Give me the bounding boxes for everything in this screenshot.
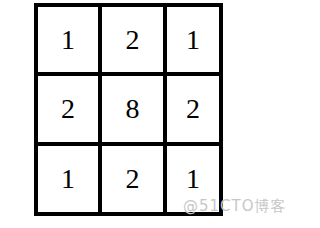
watermark: @51CTO博客 xyxy=(183,198,287,214)
cell-r2c2: 8 xyxy=(102,76,163,142)
cell-r1c2: 2 xyxy=(102,7,163,72)
cell-r2c1: 2 xyxy=(38,76,98,142)
cell-r1c1: 1 xyxy=(38,7,98,72)
cell-r2c3: 2 xyxy=(167,76,219,142)
cell-r1c3: 1 xyxy=(167,7,219,72)
number-grid-board: 1 2 1 2 8 2 1 2 1 xyxy=(34,3,223,216)
cell-r3c2: 2 xyxy=(102,146,163,212)
cell-r3c1: 1 xyxy=(38,146,98,212)
